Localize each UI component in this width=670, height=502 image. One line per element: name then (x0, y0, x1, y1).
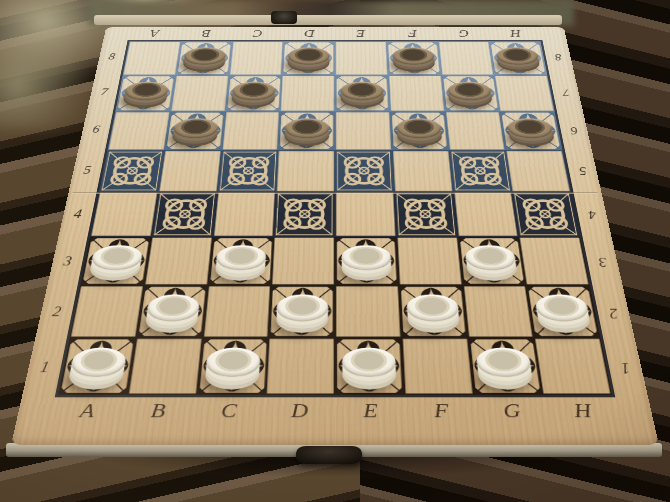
file-labels-bottom: ABCDEFGH (46, 399, 623, 438)
file-label-top-d: D (283, 28, 335, 40)
piece-light-e3[interactable] (341, 245, 391, 270)
square-f5[interactable] (392, 150, 453, 192)
piece-dark-d8[interactable] (288, 47, 330, 64)
square-d1[interactable] (266, 338, 335, 395)
square-e8[interactable] (335, 41, 388, 75)
square-g8[interactable] (438, 41, 495, 75)
square-b3[interactable] (144, 237, 213, 285)
square-e6[interactable] (335, 111, 392, 150)
square-g3[interactable] (457, 237, 526, 285)
square-f8[interactable] (386, 41, 441, 75)
square-g1[interactable] (468, 338, 543, 395)
piece-light-e1[interactable] (342, 348, 396, 377)
square-c2[interactable] (202, 285, 271, 337)
square-f1[interactable] (401, 338, 473, 395)
piece-light-d2[interactable] (276, 294, 328, 321)
file-label-top-f: F (386, 28, 438, 40)
square-b2[interactable] (136, 285, 208, 337)
square-b5[interactable] (158, 150, 221, 192)
square-g2[interactable] (462, 285, 534, 337)
square-e5[interactable] (335, 150, 394, 192)
square-b4[interactable] (151, 192, 217, 237)
square-f6[interactable] (390, 111, 449, 150)
square-g7[interactable] (441, 75, 500, 111)
square-c4[interactable] (213, 192, 277, 237)
piece-dark-d6[interactable] (285, 118, 330, 138)
square-e2[interactable] (335, 285, 401, 337)
square-g4[interactable] (453, 192, 519, 237)
square-c1[interactable] (197, 338, 269, 395)
file-label-top-a: A (128, 28, 182, 40)
file-label-top-e: E (335, 28, 387, 40)
board-grid (55, 40, 616, 397)
square-e1[interactable] (335, 338, 404, 395)
board-fold-seam (72, 192, 597, 194)
square-f4[interactable] (394, 192, 458, 237)
board-top-edge (94, 15, 562, 25)
square-a4[interactable] (90, 192, 158, 237)
file-label-bottom-e: E (335, 399, 406, 422)
piece-light-f2[interactable] (406, 294, 460, 321)
square-e4[interactable] (335, 192, 396, 237)
square-d4[interactable] (274, 192, 335, 237)
square-a6[interactable] (107, 111, 170, 150)
square-a7[interactable] (115, 75, 175, 111)
square-f2[interactable] (399, 285, 468, 337)
square-b8[interactable] (176, 41, 233, 75)
square-e3[interactable] (335, 237, 399, 285)
square-a3[interactable] (80, 237, 151, 285)
file-label-bottom-b: B (121, 399, 195, 422)
checkers-board: ABCDEFGH ABCDEFGH 87654321 87654321 (11, 27, 659, 445)
file-label-bottom-h: H (545, 399, 620, 422)
top-latch (271, 11, 297, 24)
file-label-top-h: H (489, 28, 543, 40)
square-b7[interactable] (170, 75, 229, 111)
square-d5[interactable] (276, 150, 335, 192)
square-f7[interactable] (388, 75, 445, 111)
square-h7[interactable] (494, 75, 554, 111)
square-h1[interactable] (534, 338, 612, 395)
file-label-top-g: G (437, 28, 490, 40)
square-d2[interactable] (269, 285, 335, 337)
square-d7[interactable] (280, 75, 335, 111)
square-d6[interactable] (278, 111, 335, 150)
piece-dark-e7[interactable] (340, 82, 383, 101)
file-label-bottom-g: G (475, 399, 549, 422)
square-c8[interactable] (229, 41, 284, 75)
file-label-bottom-f: F (405, 399, 478, 422)
square-d3[interactable] (271, 237, 335, 285)
square-c6[interactable] (221, 111, 280, 150)
square-c5[interactable] (217, 150, 278, 192)
file-label-bottom-a: A (50, 399, 125, 422)
file-label-top-c: C (231, 28, 283, 40)
square-b6[interactable] (164, 111, 225, 150)
bottom-latch (296, 446, 362, 464)
file-label-top-b: B (180, 28, 233, 40)
square-c7[interactable] (225, 75, 282, 111)
square-h4[interactable] (512, 192, 580, 237)
square-a2[interactable] (70, 285, 144, 337)
square-h8[interactable] (489, 41, 547, 75)
square-a5[interactable] (99, 150, 164, 192)
file-label-bottom-c: C (192, 399, 265, 422)
square-a8[interactable] (123, 41, 181, 75)
square-h2[interactable] (526, 285, 600, 337)
square-b1[interactable] (127, 338, 202, 395)
square-d8[interactable] (282, 41, 335, 75)
piece-dark-f6[interactable] (396, 118, 442, 138)
square-c3[interactable] (208, 237, 274, 285)
piece-dark-f8[interactable] (392, 47, 435, 64)
square-f3[interactable] (396, 237, 462, 285)
square-h3[interactable] (519, 237, 590, 285)
file-labels-top: ABCDEFGH (128, 28, 543, 40)
square-g5[interactable] (449, 150, 512, 192)
file-label-bottom-d: D (264, 399, 335, 422)
square-e7[interactable] (335, 75, 390, 111)
square-a1[interactable] (58, 338, 136, 395)
square-h5[interactable] (506, 150, 571, 192)
square-g6[interactable] (445, 111, 506, 150)
square-h6[interactable] (500, 111, 563, 150)
photo-scene: ABCDEFGH ABCDEFGH 87654321 87654321 (0, 0, 670, 502)
